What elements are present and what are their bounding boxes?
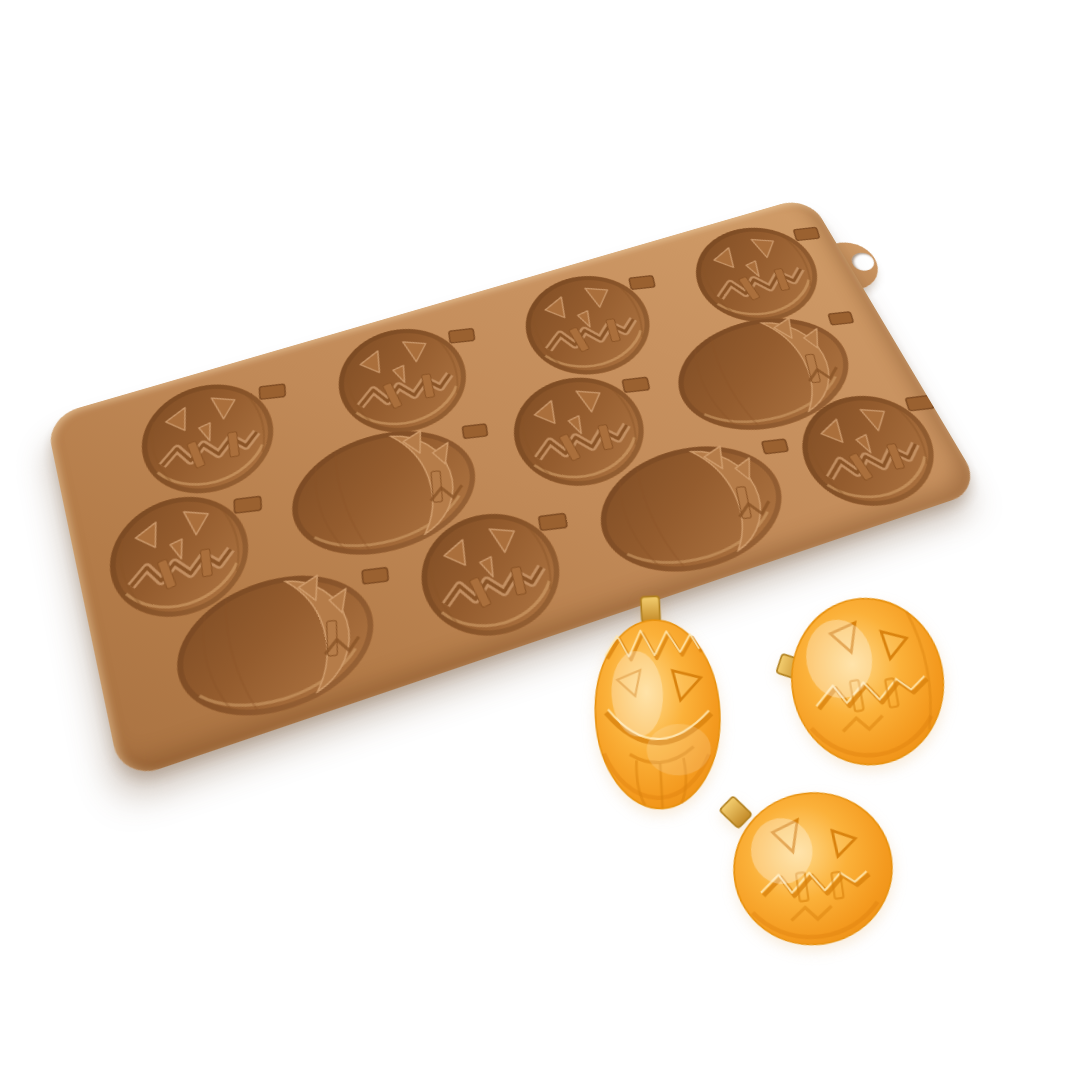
pumpkin-candy-upright <box>576 586 738 819</box>
pumpkin-candy-side <box>756 572 971 787</box>
product-photo-stage <box>0 0 1080 1080</box>
pumpkin-candy-bottom <box>703 766 918 967</box>
